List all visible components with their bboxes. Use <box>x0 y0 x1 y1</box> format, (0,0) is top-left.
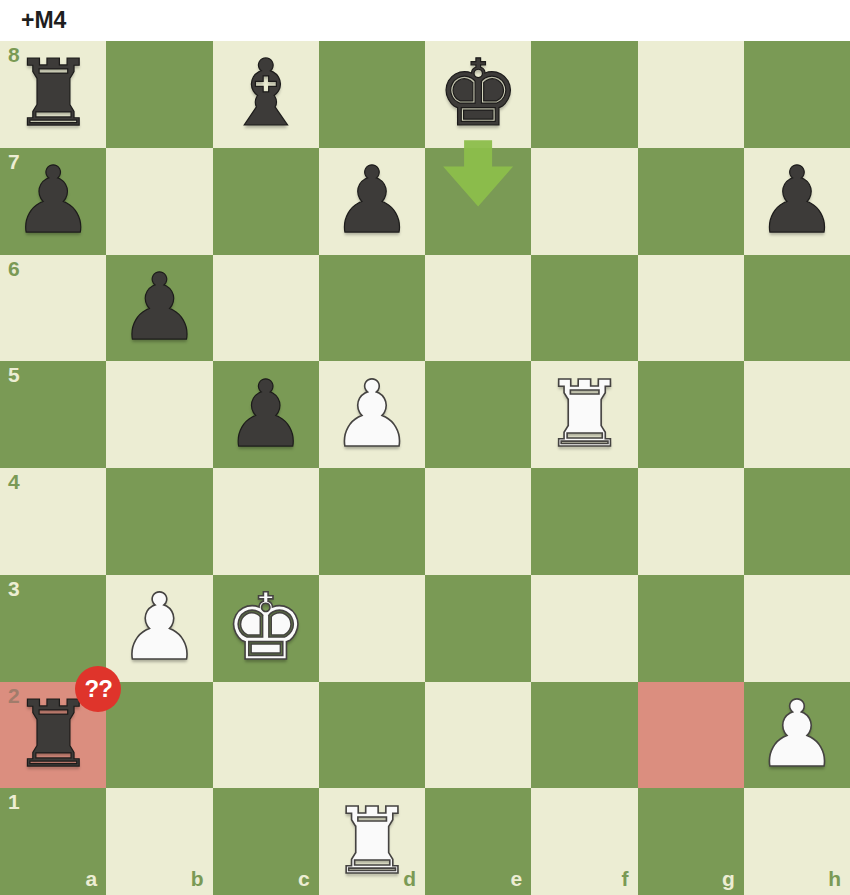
file-label: a <box>86 868 98 889</box>
square-b2[interactable] <box>106 682 212 789</box>
square-f1[interactable]: f <box>531 788 637 895</box>
white-king[interactable]: ♚ <box>213 575 319 682</box>
black-pawn[interactable]: ♟ <box>319 148 425 255</box>
square-h1[interactable]: h <box>744 788 850 895</box>
square-e1[interactable]: e <box>425 788 531 895</box>
square-h8[interactable] <box>744 41 850 148</box>
square-d3[interactable] <box>319 575 425 682</box>
square-g1[interactable]: g <box>638 788 744 895</box>
square-e8[interactable]: ♚ <box>425 41 531 148</box>
black-pawn[interactable]: ♟ <box>213 361 319 468</box>
square-c4[interactable] <box>213 468 319 575</box>
rank-label: 1 <box>8 791 20 812</box>
black-pawn[interactable]: ♟ <box>744 148 850 255</box>
square-a6[interactable]: 6 <box>0 255 106 362</box>
square-g8[interactable] <box>638 41 744 148</box>
white-pawn[interactable]: ♟ <box>319 361 425 468</box>
square-h4[interactable] <box>744 468 850 575</box>
white-pawn[interactable]: ♟ <box>744 682 850 789</box>
file-label: f <box>622 868 629 889</box>
square-g5[interactable] <box>638 361 744 468</box>
square-c5[interactable]: ♟ <box>213 361 319 468</box>
rank-label: 6 <box>8 258 20 279</box>
square-b3[interactable]: ♟ <box>106 575 212 682</box>
square-f3[interactable] <box>531 575 637 682</box>
evaluation-bar: +M4 <box>0 0 850 41</box>
evaluation-label: +M4 <box>21 7 66 34</box>
square-b7[interactable] <box>106 148 212 255</box>
square-a3[interactable]: 3 <box>0 575 106 682</box>
square-b8[interactable] <box>106 41 212 148</box>
black-rook[interactable]: ♜ <box>0 41 106 148</box>
square-c8[interactable]: ♝ <box>213 41 319 148</box>
square-f4[interactable] <box>531 468 637 575</box>
square-a5[interactable]: 5 <box>0 361 106 468</box>
square-a1[interactable]: 1a <box>0 788 106 895</box>
black-pawn[interactable]: ♟ <box>106 255 212 362</box>
white-rook[interactable]: ♜ <box>531 361 637 468</box>
square-d7[interactable]: ♟ <box>319 148 425 255</box>
white-rook[interactable]: ♜ <box>319 788 425 895</box>
white-pawn[interactable]: ♟ <box>106 575 212 682</box>
square-f6[interactable] <box>531 255 637 362</box>
file-label: b <box>191 868 204 889</box>
square-f7[interactable] <box>531 148 637 255</box>
square-h6[interactable] <box>744 255 850 362</box>
square-a8[interactable]: 8♜ <box>0 41 106 148</box>
black-bishop[interactable]: ♝ <box>213 41 319 148</box>
square-b4[interactable] <box>106 468 212 575</box>
square-b5[interactable] <box>106 361 212 468</box>
blunder-badge: ?? <box>75 666 121 712</box>
square-e2[interactable] <box>425 682 531 789</box>
black-king[interactable]: ♚ <box>425 41 531 148</box>
square-d8[interactable] <box>319 41 425 148</box>
chess-board: 8♜♝♚7♟♟♟6♟5♟♟♜43♟♚2♜♟1abcd♜efgh <box>0 41 850 895</box>
square-a7[interactable]: 7♟ <box>0 148 106 255</box>
square-d6[interactable] <box>319 255 425 362</box>
square-e7[interactable] <box>425 148 531 255</box>
square-g7[interactable] <box>638 148 744 255</box>
square-c6[interactable] <box>213 255 319 362</box>
square-c7[interactable] <box>213 148 319 255</box>
square-d4[interactable] <box>319 468 425 575</box>
square-a4[interactable]: 4 <box>0 468 106 575</box>
chess-board-wrapper: 8♜♝♚7♟♟♟6♟5♟♟♜43♟♚2♜♟1abcd♜efgh ?? <box>0 41 850 895</box>
file-label: e <box>511 868 523 889</box>
file-label: c <box>298 868 310 889</box>
black-pawn[interactable]: ♟ <box>0 148 106 255</box>
square-c2[interactable] <box>213 682 319 789</box>
square-g6[interactable] <box>638 255 744 362</box>
square-f5[interactable]: ♜ <box>531 361 637 468</box>
square-g3[interactable] <box>638 575 744 682</box>
square-g2[interactable] <box>638 682 744 789</box>
square-e6[interactable] <box>425 255 531 362</box>
rank-label: 4 <box>8 471 20 492</box>
rank-label: 3 <box>8 578 20 599</box>
square-b1[interactable]: b <box>106 788 212 895</box>
square-f8[interactable] <box>531 41 637 148</box>
square-d1[interactable]: d♜ <box>319 788 425 895</box>
square-b6[interactable]: ♟ <box>106 255 212 362</box>
square-d5[interactable]: ♟ <box>319 361 425 468</box>
square-c3[interactable]: ♚ <box>213 575 319 682</box>
rank-label: 5 <box>8 364 20 385</box>
square-e3[interactable] <box>425 575 531 682</box>
square-e4[interactable] <box>425 468 531 575</box>
square-h5[interactable] <box>744 361 850 468</box>
file-label: g <box>722 868 735 889</box>
square-h7[interactable]: ♟ <box>744 148 850 255</box>
square-g4[interactable] <box>638 468 744 575</box>
square-h3[interactable] <box>744 575 850 682</box>
square-f2[interactable] <box>531 682 637 789</box>
square-c1[interactable]: c <box>213 788 319 895</box>
square-d2[interactable] <box>319 682 425 789</box>
file-label: h <box>828 868 841 889</box>
square-e5[interactable] <box>425 361 531 468</box>
square-h2[interactable]: ♟ <box>744 682 850 789</box>
